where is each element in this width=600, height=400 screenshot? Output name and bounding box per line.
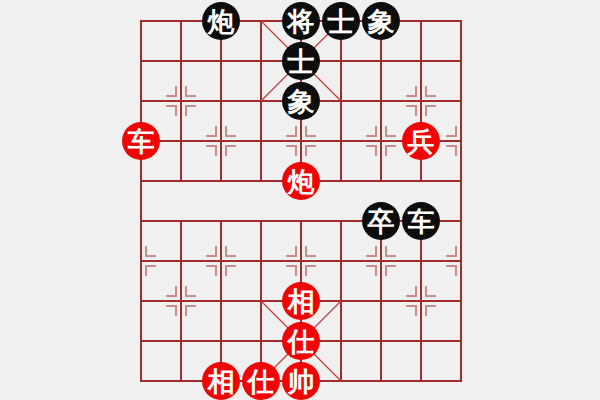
piece-glyph: 象 [288, 88, 315, 115]
piece-glyph: 士 [288, 48, 315, 75]
piece-glyph: 卒 [368, 208, 395, 235]
piece-glyph: 象 [368, 8, 395, 35]
piece-glyph: 士 [328, 8, 355, 35]
piece-glyph: 车 [408, 208, 435, 235]
piece-red-chariot[interactable]: 车 [122, 122, 160, 160]
piece-black-elephant[interactable]: 象 [282, 82, 320, 120]
piece-red-elephant[interactable]: 相 [282, 282, 320, 320]
piece-glyph: 兵 [408, 128, 435, 155]
piece-black-chariot[interactable]: 车 [402, 202, 440, 240]
piece-glyph: 帅 [288, 368, 315, 395]
piece-black-advisor[interactable]: 士 [282, 42, 320, 80]
piece-glyph: 炮 [288, 168, 315, 195]
xiangqi-app: 炮将士象士象车兵炮卒车相仕相仕帅 [0, 0, 600, 400]
piece-red-cannon[interactable]: 炮 [282, 162, 320, 200]
piece-glyph: 将 [288, 8, 315, 35]
piece-black-cannon[interactable]: 炮 [202, 2, 240, 40]
piece-glyph: 仕 [288, 328, 315, 355]
piece-red-advisor[interactable]: 仕 [282, 322, 320, 360]
piece-glyph: 仕 [248, 368, 275, 395]
piece-black-advisor[interactable]: 士 [322, 2, 360, 40]
piece-red-general[interactable]: 帅 [282, 362, 320, 400]
piece-glyph: 炮 [208, 8, 235, 35]
piece-red-advisor[interactable]: 仕 [242, 362, 280, 400]
piece-red-elephant[interactable]: 相 [202, 362, 240, 400]
piece-glyph: 车 [128, 128, 155, 155]
piece-black-soldier[interactable]: 卒 [362, 202, 400, 240]
piece-black-elephant[interactable]: 象 [362, 2, 400, 40]
piece-grid: 炮将士象士象车兵炮卒车相仕相仕帅 [121, 1, 481, 400]
piece-glyph: 相 [208, 368, 235, 395]
piece-glyph: 相 [288, 288, 315, 315]
piece-black-general[interactable]: 将 [282, 2, 320, 40]
piece-red-soldier[interactable]: 兵 [402, 122, 440, 160]
